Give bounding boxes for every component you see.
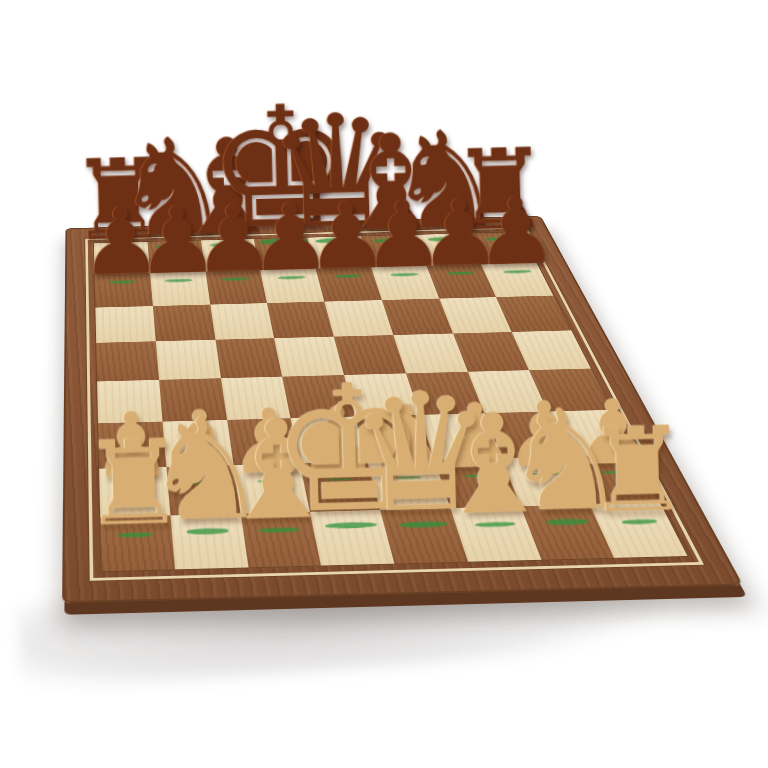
white-rook-icon: ♜ [584, 411, 691, 530]
chess-board: ♜♞♝♚♛♝♞♜♟♟♟♟♟♟♟♟♟♟♟♟♟♟♟♟♜♞♝♚♛♝♞♜ [62, 216, 743, 603]
board-frame: ♜♞♝♚♛♝♞♜♟♟♟♟♟♟♟♟♟♟♟♟♟♟♟♟♜♞♝♚♛♝♞♜ [62, 216, 743, 603]
pieces-layer: ♜♞♝♚♛♝♞♜♟♟♟♟♟♟♟♟♟♟♟♟♟♟♟♟♜♞♝♚♛♝♞♜ [93, 230, 690, 570]
black-pawn-icon: ♟ [474, 184, 559, 278]
photo-background: ♜♞♝♚♛♝♞♜♟♟♟♟♟♟♟♟♟♟♟♟♟♟♟♟♜♞♝♚♛♝♞♜ [0, 0, 768, 768]
